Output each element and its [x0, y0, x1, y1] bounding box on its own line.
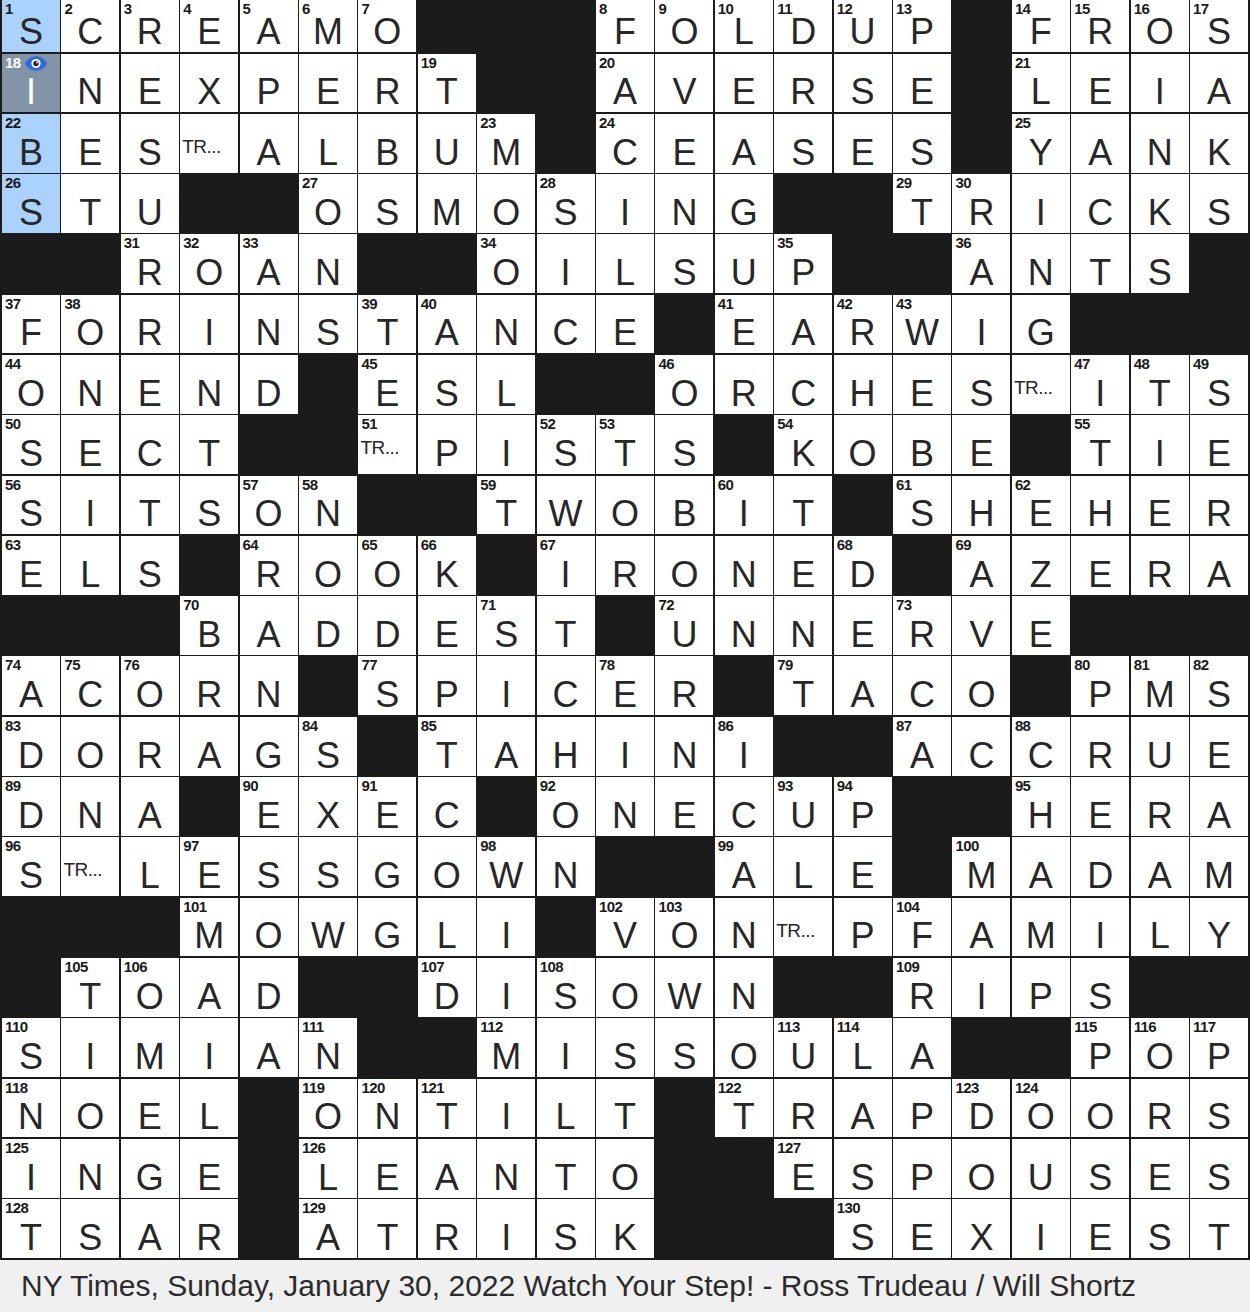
cell-r2-c12[interactable]: V [655, 54, 713, 113]
cell-r19-c1[interactable]: 118N [2, 1079, 60, 1138]
cell-r21-c20[interactable]: S [1131, 1199, 1189, 1258]
cell-r11-c5[interactable]: A [240, 596, 298, 655]
cell-r12-c4[interactable]: R [180, 656, 238, 715]
cell-r14-c3[interactable]: A [121, 777, 179, 836]
cell-r2-c3[interactable]: E [121, 54, 179, 113]
cell-r7-c12[interactable]: 46O [655, 355, 713, 414]
cell-r13-c10[interactable]: H [537, 717, 595, 776]
cell-r20-c14[interactable]: 127E [774, 1139, 832, 1198]
cell-r13-c5[interactable]: G [240, 717, 298, 776]
cell-r10-c13[interactable]: N [715, 536, 773, 595]
cell-r4-c1[interactable]: 26S [2, 174, 60, 233]
cell-r7-c8[interactable]: S [418, 355, 476, 414]
cell-r1-c6[interactable]: 6M [299, 0, 357, 52]
cell-r19-c4[interactable]: L [180, 1079, 238, 1138]
cell-r3-c18[interactable]: 25Y [1012, 114, 1070, 173]
cell-r14-c19[interactable]: E [1071, 777, 1129, 836]
cell-r2-c8[interactable]: 19T [418, 54, 476, 113]
cell-r21-c7[interactable]: T [358, 1199, 416, 1258]
cell-r20-c7[interactable]: E [358, 1139, 416, 1198]
cell-r11-c9[interactable]: 71S [477, 596, 535, 655]
cell-r9-c20[interactable]: E [1131, 476, 1189, 535]
cell-r4-c10[interactable]: 28S [537, 174, 595, 233]
cell-r21-c9[interactable]: I [477, 1199, 535, 1258]
cell-r20-c10[interactable]: T [537, 1139, 595, 1198]
cell-r18-c16[interactable]: A [893, 1018, 951, 1077]
cell-r11-c15[interactable]: E [834, 596, 892, 655]
cell-r10-c6[interactable]: O [299, 536, 357, 595]
cell-r11-c6[interactable]: D [299, 596, 357, 655]
cell-r11-c7[interactable]: D [358, 596, 416, 655]
cell-r10-c7[interactable]: 65O [358, 536, 416, 595]
cell-r8-c19[interactable]: 55T [1071, 415, 1129, 474]
cell-r11-c13[interactable]: N [715, 596, 773, 655]
cell-r17-c10[interactable]: 108S [537, 958, 595, 1017]
cell-r1-c19[interactable]: 15R [1071, 0, 1129, 52]
cell-r2-c13[interactable]: E [715, 54, 773, 113]
cell-r1-c4[interactable]: 4E [180, 0, 238, 52]
cell-r15-c13[interactable]: 99A [715, 837, 773, 896]
cell-r4-c12[interactable]: N [655, 174, 713, 233]
cell-r18-c10[interactable]: I [537, 1018, 595, 1077]
cell-r3-c8[interactable]: U [418, 114, 476, 173]
cell-r4-c13[interactable]: G [715, 174, 773, 233]
cell-r9-c21[interactable]: R [1190, 476, 1248, 535]
cell-r20-c9[interactable]: N [477, 1139, 535, 1198]
cell-r4-c18[interactable]: I [1012, 174, 1070, 233]
cell-r14-c21[interactable]: A [1190, 777, 1248, 836]
cell-r7-c4[interactable]: N [180, 355, 238, 414]
cell-r17-c3[interactable]: 106O [121, 958, 179, 1017]
cell-r21-c19[interactable]: E [1071, 1199, 1129, 1258]
cell-r16-c11[interactable]: 102V [596, 898, 654, 957]
cell-r9-c11[interactable]: O [596, 476, 654, 535]
cell-r15-c20[interactable]: A [1131, 837, 1189, 896]
cell-r19-c14[interactable]: R [774, 1079, 832, 1138]
cell-r16-c6[interactable]: W [299, 898, 357, 957]
cell-r3-c9[interactable]: 23M [477, 114, 535, 173]
cell-r1-c18[interactable]: 14F [1012, 0, 1070, 52]
cell-r20-c6[interactable]: 126L [299, 1139, 357, 1198]
cell-r4-c21[interactable]: S [1190, 174, 1248, 233]
cell-r19-c2[interactable]: O [61, 1079, 119, 1138]
cell-r15-c8[interactable]: O [418, 837, 476, 896]
cell-r13-c11[interactable]: I [596, 717, 654, 776]
cell-r16-c9[interactable]: I [477, 898, 535, 957]
cell-r15-c17[interactable]: 100M [952, 837, 1010, 896]
cell-r4-c8[interactable]: M [418, 174, 476, 233]
cell-r13-c21[interactable]: E [1190, 717, 1248, 776]
cell-r4-c6[interactable]: 27O [299, 174, 357, 233]
cell-r4-c20[interactable]: K [1131, 174, 1189, 233]
cell-r1-c2[interactable]: 2C [61, 0, 119, 52]
cell-r19-c20[interactable]: R [1131, 1079, 1189, 1138]
cell-r14-c7[interactable]: 91E [358, 777, 416, 836]
cell-r5-c4[interactable]: 32O [180, 234, 238, 293]
cell-r5-c18[interactable]: N [1012, 234, 1070, 293]
cell-r6-c4[interactable]: I [180, 295, 238, 354]
cell-r5-c20[interactable]: S [1131, 234, 1189, 293]
cell-r8-c21[interactable]: E [1190, 415, 1248, 474]
cell-r20-c17[interactable]: O [952, 1139, 1010, 1198]
cell-r3-c20[interactable]: N [1131, 114, 1189, 173]
cell-r12-c9[interactable]: I [477, 656, 535, 715]
cell-r12-c7[interactable]: 77S [358, 656, 416, 715]
cell-r7-c7[interactable]: 45E [358, 355, 416, 414]
cell-r5-c17[interactable]: 36A [952, 234, 1010, 293]
cell-r14-c2[interactable]: N [61, 777, 119, 836]
cell-r12-c16[interactable]: C [893, 656, 951, 715]
cell-r16-c8[interactable]: L [418, 898, 476, 957]
cell-r1-c13[interactable]: 10L [715, 0, 773, 52]
cell-r5-c14[interactable]: 35P [774, 234, 832, 293]
cell-r20-c15[interactable]: S [834, 1139, 892, 1198]
cell-r16-c17[interactable]: A [952, 898, 1010, 957]
cell-r16-c20[interactable]: L [1131, 898, 1189, 957]
cell-r20-c18[interactable]: U [1012, 1139, 1070, 1198]
cell-r3-c4[interactable]: TR... [180, 114, 238, 173]
cell-r8-c1[interactable]: 50S [2, 415, 60, 474]
cell-r3-c11[interactable]: 24C [596, 114, 654, 173]
cell-r16-c16[interactable]: 104F [893, 898, 951, 957]
cell-r8-c9[interactable]: I [477, 415, 535, 474]
cell-r3-c12[interactable]: E [655, 114, 713, 173]
cell-r10-c8[interactable]: 66K [418, 536, 476, 595]
cell-r21-c15[interactable]: 130S [834, 1199, 892, 1258]
cell-r19-c10[interactable]: L [537, 1079, 595, 1138]
cell-r12-c15[interactable]: A [834, 656, 892, 715]
cell-r2-c2[interactable]: N [61, 54, 119, 113]
cell-r10-c10[interactable]: 67I [537, 536, 595, 595]
cell-r11-c8[interactable]: E [418, 596, 476, 655]
cell-r7-c15[interactable]: H [834, 355, 892, 414]
cell-r19-c18[interactable]: 124O [1012, 1079, 1070, 1138]
cell-r12-c8[interactable]: P [418, 656, 476, 715]
cell-r20-c19[interactable]: S [1071, 1139, 1129, 1198]
cell-r7-c14[interactable]: C [774, 355, 832, 414]
cell-r15-c14[interactable]: L [774, 837, 832, 896]
cell-r9-c14[interactable]: T [774, 476, 832, 535]
cell-r16-c19[interactable]: I [1071, 898, 1129, 957]
cell-r17-c17[interactable]: I [952, 958, 1010, 1017]
cell-r10-c20[interactable]: R [1131, 536, 1189, 595]
cell-r17-c13[interactable]: N [715, 958, 773, 1017]
cell-r6-c7[interactable]: 39T [358, 295, 416, 354]
cell-r10-c12[interactable]: O [655, 536, 713, 595]
cell-r18-c12[interactable]: S [655, 1018, 713, 1077]
cell-r5-c6[interactable]: N [299, 234, 357, 293]
cell-r3-c16[interactable]: S [893, 114, 951, 173]
cell-r21-c6[interactable]: 129A [299, 1199, 357, 1258]
cell-r13-c1[interactable]: 83D [2, 717, 60, 776]
cell-r19-c9[interactable]: I [477, 1079, 535, 1138]
cell-r16-c13[interactable]: N [715, 898, 773, 957]
cell-r14-c10[interactable]: 92O [537, 777, 595, 836]
cell-r7-c20[interactable]: 48T [1131, 355, 1189, 414]
cell-r9-c17[interactable]: H [952, 476, 1010, 535]
cell-r10-c17[interactable]: 69A [952, 536, 1010, 595]
cell-r16-c18[interactable]: M [1012, 898, 1070, 957]
cell-r6-c17[interactable]: I [952, 295, 1010, 354]
cell-r9-c3[interactable]: T [121, 476, 179, 535]
cell-r2-c18[interactable]: 21L [1012, 54, 1070, 113]
cell-r7-c1[interactable]: 44O [2, 355, 60, 414]
cell-r19-c21[interactable]: S [1190, 1079, 1248, 1138]
cell-r21-c11[interactable]: K [596, 1199, 654, 1258]
cell-r2-c11[interactable]: 20A [596, 54, 654, 113]
cell-r8-c10[interactable]: 52S [537, 415, 595, 474]
cell-r10-c1[interactable]: 63E [2, 536, 60, 595]
cell-r10-c18[interactable]: Z [1012, 536, 1070, 595]
cell-r19-c3[interactable]: E [121, 1079, 179, 1138]
cell-r1-c11[interactable]: 8F [596, 0, 654, 52]
cell-r5-c19[interactable]: T [1071, 234, 1129, 293]
cell-r11-c4[interactable]: 70B [180, 596, 238, 655]
cell-r19-c8[interactable]: 121T [418, 1079, 476, 1138]
cell-r20-c16[interactable]: P [893, 1139, 951, 1198]
cell-r12-c21[interactable]: 82S [1190, 656, 1248, 715]
cell-r17-c18[interactable]: P [1012, 958, 1070, 1017]
cell-r19-c11[interactable]: T [596, 1079, 654, 1138]
cell-r3-c2[interactable]: E [61, 114, 119, 173]
cell-r19-c6[interactable]: 119O [299, 1079, 357, 1138]
cell-r14-c13[interactable]: C [715, 777, 773, 836]
cell-r4-c16[interactable]: 29T [893, 174, 951, 233]
cell-r17-c16[interactable]: 109R [893, 958, 951, 1017]
cell-r8-c7[interactable]: 51TR... [358, 415, 416, 474]
cell-r2-c19[interactable]: E [1071, 54, 1129, 113]
cell-r15-c10[interactable]: N [537, 837, 595, 896]
cell-r9-c16[interactable]: 61S [893, 476, 951, 535]
cell-r3-c5[interactable]: A [240, 114, 298, 173]
cell-r8-c4[interactable]: T [180, 415, 238, 474]
cell-r15-c19[interactable]: D [1071, 837, 1129, 896]
cell-r11-c14[interactable]: N [774, 596, 832, 655]
cell-r2-c7[interactable]: R [358, 54, 416, 113]
cell-r8-c14[interactable]: 54K [774, 415, 832, 474]
cell-r21-c18[interactable]: I [1012, 1199, 1070, 1258]
cell-r2-c1[interactable]: 18I [2, 54, 60, 113]
cell-r12-c2[interactable]: 75C [61, 656, 119, 715]
cell-r3-c7[interactable]: B [358, 114, 416, 173]
cell-r14-c11[interactable]: N [596, 777, 654, 836]
cell-r7-c19[interactable]: 47I [1071, 355, 1129, 414]
cell-r21-c4[interactable]: R [180, 1199, 238, 1258]
cell-r18-c11[interactable]: S [596, 1018, 654, 1077]
cell-r19-c19[interactable]: O [1071, 1079, 1129, 1138]
cell-r14-c1[interactable]: 89D [2, 777, 60, 836]
cell-r13-c18[interactable]: 88C [1012, 717, 1070, 776]
cell-r13-c3[interactable]: R [121, 717, 179, 776]
cell-r21-c2[interactable]: S [61, 1199, 119, 1258]
cell-r1-c7[interactable]: 7O [358, 0, 416, 52]
cell-r11-c16[interactable]: 73R [893, 596, 951, 655]
cell-r20-c11[interactable]: O [596, 1139, 654, 1198]
cell-r16-c12[interactable]: 103O [655, 898, 713, 957]
cell-r9-c5[interactable]: 57O [240, 476, 298, 535]
cell-r18-c6[interactable]: 111N [299, 1018, 357, 1077]
cell-r5-c12[interactable]: S [655, 234, 713, 293]
cell-r3-c13[interactable]: A [715, 114, 773, 173]
cell-r8-c2[interactable]: E [61, 415, 119, 474]
cell-r14-c18[interactable]: 95H [1012, 777, 1070, 836]
cell-r13-c19[interactable]: R [1071, 717, 1129, 776]
cell-r21-c3[interactable]: A [121, 1199, 179, 1258]
cell-r17-c12[interactable]: W [655, 958, 713, 1017]
cell-r18-c4[interactable]: I [180, 1018, 238, 1077]
cell-r3-c19[interactable]: A [1071, 114, 1129, 173]
cell-r10-c3[interactable]: S [121, 536, 179, 595]
cell-r20-c2[interactable]: N [61, 1139, 119, 1198]
cell-r10-c15[interactable]: 68D [834, 536, 892, 595]
cell-r14-c12[interactable]: E [655, 777, 713, 836]
cell-r7-c17[interactable]: S [952, 355, 1010, 414]
cell-r8-c17[interactable]: E [952, 415, 1010, 474]
cell-r2-c15[interactable]: S [834, 54, 892, 113]
cell-r15-c1[interactable]: 96S [2, 837, 60, 896]
cell-r12-c12[interactable]: R [655, 656, 713, 715]
cell-r16-c14[interactable]: TR... [774, 898, 832, 957]
cell-r20-c1[interactable]: 125I [2, 1139, 60, 1198]
cell-r8-c15[interactable]: O [834, 415, 892, 474]
cell-r14-c5[interactable]: 90E [240, 777, 298, 836]
cell-r17-c2[interactable]: 105T [61, 958, 119, 1017]
cell-r6-c2[interactable]: 38O [61, 295, 119, 354]
cell-r13-c20[interactable]: U [1131, 717, 1189, 776]
cell-r10-c14[interactable]: E [774, 536, 832, 595]
cell-r13-c12[interactable]: N [655, 717, 713, 776]
cell-r2-c16[interactable]: E [893, 54, 951, 113]
cell-r3-c15[interactable]: E [834, 114, 892, 173]
cell-r14-c6[interactable]: X [299, 777, 357, 836]
cell-r9-c19[interactable]: H [1071, 476, 1129, 535]
cell-r1-c12[interactable]: 9O [655, 0, 713, 52]
cell-r8-c20[interactable]: I [1131, 415, 1189, 474]
cell-r21-c21[interactable]: T [1190, 1199, 1248, 1258]
cell-r18-c13[interactable]: O [715, 1018, 773, 1077]
cell-r11-c18[interactable]: E [1012, 596, 1070, 655]
cell-r12-c20[interactable]: 81M [1131, 656, 1189, 715]
cell-r9-c4[interactable]: S [180, 476, 238, 535]
cell-r21-c16[interactable]: E [893, 1199, 951, 1258]
cell-r18-c21[interactable]: 117P [1190, 1018, 1248, 1077]
crossword-grid[interactable]: 1S2C3R4E5A6M7O8F9O10L11D12U13P14F15R16O1… [0, 0, 1250, 1260]
cell-r12-c5[interactable]: N [240, 656, 298, 715]
cell-r4-c9[interactable]: O [477, 174, 535, 233]
cell-r5-c11[interactable]: L [596, 234, 654, 293]
cell-r5-c5[interactable]: 33A [240, 234, 298, 293]
cell-r5-c10[interactable]: I [537, 234, 595, 293]
cell-r16-c4[interactable]: 101M [180, 898, 238, 957]
cell-r3-c3[interactable]: S [121, 114, 179, 173]
cell-r16-c7[interactable]: G [358, 898, 416, 957]
cell-r7-c2[interactable]: N [61, 355, 119, 414]
cell-r9-c9[interactable]: 59T [477, 476, 535, 535]
cell-r15-c6[interactable]: S [299, 837, 357, 896]
cell-r6-c18[interactable]: G [1012, 295, 1070, 354]
cell-r9-c6[interactable]: 58N [299, 476, 357, 535]
cell-r6-c8[interactable]: 40A [418, 295, 476, 354]
cell-r13-c16[interactable]: 87A [893, 717, 951, 776]
cell-r10-c11[interactable]: R [596, 536, 654, 595]
cell-r9-c1[interactable]: 56S [2, 476, 60, 535]
cell-r9-c2[interactable]: I [61, 476, 119, 535]
cell-r13-c2[interactable]: O [61, 717, 119, 776]
cell-r13-c4[interactable]: A [180, 717, 238, 776]
cell-r2-c21[interactable]: A [1190, 54, 1248, 113]
cell-r6-c9[interactable]: N [477, 295, 535, 354]
cell-r10-c2[interactable]: L [61, 536, 119, 595]
cell-r6-c11[interactable]: E [596, 295, 654, 354]
cell-r11-c12[interactable]: 72U [655, 596, 713, 655]
cell-r14-c20[interactable]: R [1131, 777, 1189, 836]
cell-r3-c14[interactable]: S [774, 114, 832, 173]
cell-r18-c20[interactable]: 116O [1131, 1018, 1189, 1077]
cell-r1-c3[interactable]: 3R [121, 0, 179, 52]
cell-r4-c7[interactable]: S [358, 174, 416, 233]
cell-r20-c4[interactable]: E [180, 1139, 238, 1198]
cell-r10-c21[interactable]: A [1190, 536, 1248, 595]
cell-r9-c18[interactable]: 62E [1012, 476, 1070, 535]
cell-r16-c5[interactable]: O [240, 898, 298, 957]
cell-r19-c7[interactable]: 120N [358, 1079, 416, 1138]
cell-r15-c9[interactable]: 98W [477, 837, 535, 896]
cell-r11-c17[interactable]: V [952, 596, 1010, 655]
cell-r14-c14[interactable]: 93U [774, 777, 832, 836]
cell-r21-c8[interactable]: R [418, 1199, 476, 1258]
cell-r2-c4[interactable]: X [180, 54, 238, 113]
cell-r1-c20[interactable]: 16O [1131, 0, 1189, 52]
cell-r4-c11[interactable]: I [596, 174, 654, 233]
cell-r8-c3[interactable]: C [121, 415, 179, 474]
cell-r18-c2[interactable]: I [61, 1018, 119, 1077]
cell-r9-c10[interactable]: W [537, 476, 595, 535]
cell-r20-c3[interactable]: G [121, 1139, 179, 1198]
cell-r12-c3[interactable]: 76O [121, 656, 179, 715]
cell-r11-c10[interactable]: T [537, 596, 595, 655]
cell-r6-c15[interactable]: 42R [834, 295, 892, 354]
cell-r19-c15[interactable]: A [834, 1079, 892, 1138]
cell-r17-c8[interactable]: 107D [418, 958, 476, 1017]
cell-r1-c21[interactable]: 17S [1190, 0, 1248, 52]
cell-r7-c9[interactable]: L [477, 355, 535, 414]
cell-r17-c5[interactable]: D [240, 958, 298, 1017]
cell-r15-c21[interactable]: M [1190, 837, 1248, 896]
cell-r19-c13[interactable]: 122T [715, 1079, 773, 1138]
cell-r7-c3[interactable]: E [121, 355, 179, 414]
cell-r12-c1[interactable]: 74A [2, 656, 60, 715]
cell-r15-c15[interactable]: E [834, 837, 892, 896]
cell-r8-c8[interactable]: P [418, 415, 476, 474]
cell-r1-c16[interactable]: 13P [893, 0, 951, 52]
cell-r1-c5[interactable]: 5A [240, 0, 298, 52]
cell-r2-c5[interactable]: P [240, 54, 298, 113]
cell-r19-c17[interactable]: 123D [952, 1079, 1010, 1138]
cell-r13-c17[interactable]: C [952, 717, 1010, 776]
cell-r14-c8[interactable]: C [418, 777, 476, 836]
cell-r12-c10[interactable]: C [537, 656, 595, 715]
cell-r6-c16[interactable]: 43W [893, 295, 951, 354]
cell-r15-c2[interactable]: TR... [61, 837, 119, 896]
cell-r6-c14[interactable]: A [774, 295, 832, 354]
cell-r18-c19[interactable]: 115P [1071, 1018, 1129, 1077]
cell-r15-c3[interactable]: L [121, 837, 179, 896]
cell-r18-c1[interactable]: 110S [2, 1018, 60, 1077]
cell-r2-c20[interactable]: I [1131, 54, 1189, 113]
cell-r12-c19[interactable]: 80P [1071, 656, 1129, 715]
cell-r18-c15[interactable]: 114L [834, 1018, 892, 1077]
cell-r15-c5[interactable]: S [240, 837, 298, 896]
